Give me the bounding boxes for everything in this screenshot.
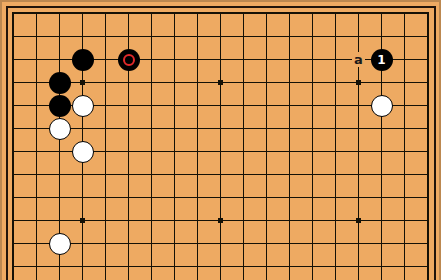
white-stone-C14 [49, 118, 71, 140]
go-board-diagram: 1a [0, 0, 441, 280]
red-circle-marker [123, 54, 135, 66]
wood-edge-top [0, 0, 441, 2]
go-board: 1a [2, 2, 439, 278]
black-stone-C16 [49, 72, 71, 94]
black-stone-D17 [72, 49, 94, 71]
hoshi-point [356, 80, 361, 85]
hoshi-point [80, 80, 85, 85]
move-number-label: 1 [377, 53, 385, 65]
point-label-a: a [352, 52, 365, 67]
hoshi-point [356, 218, 361, 223]
wood-edge-left [0, 0, 2, 280]
hoshi-point [80, 218, 85, 223]
black-stone-C15 [49, 95, 71, 117]
white-stone-R15 [371, 95, 393, 117]
white-stone-D13 [72, 141, 94, 163]
white-stone-C9 [49, 233, 71, 255]
black-stone-F17 [118, 49, 140, 71]
hoshi-point [218, 218, 223, 223]
black-stone-R17: 1 [371, 49, 393, 71]
hoshi-point [218, 80, 223, 85]
white-stone-D15 [72, 95, 94, 117]
